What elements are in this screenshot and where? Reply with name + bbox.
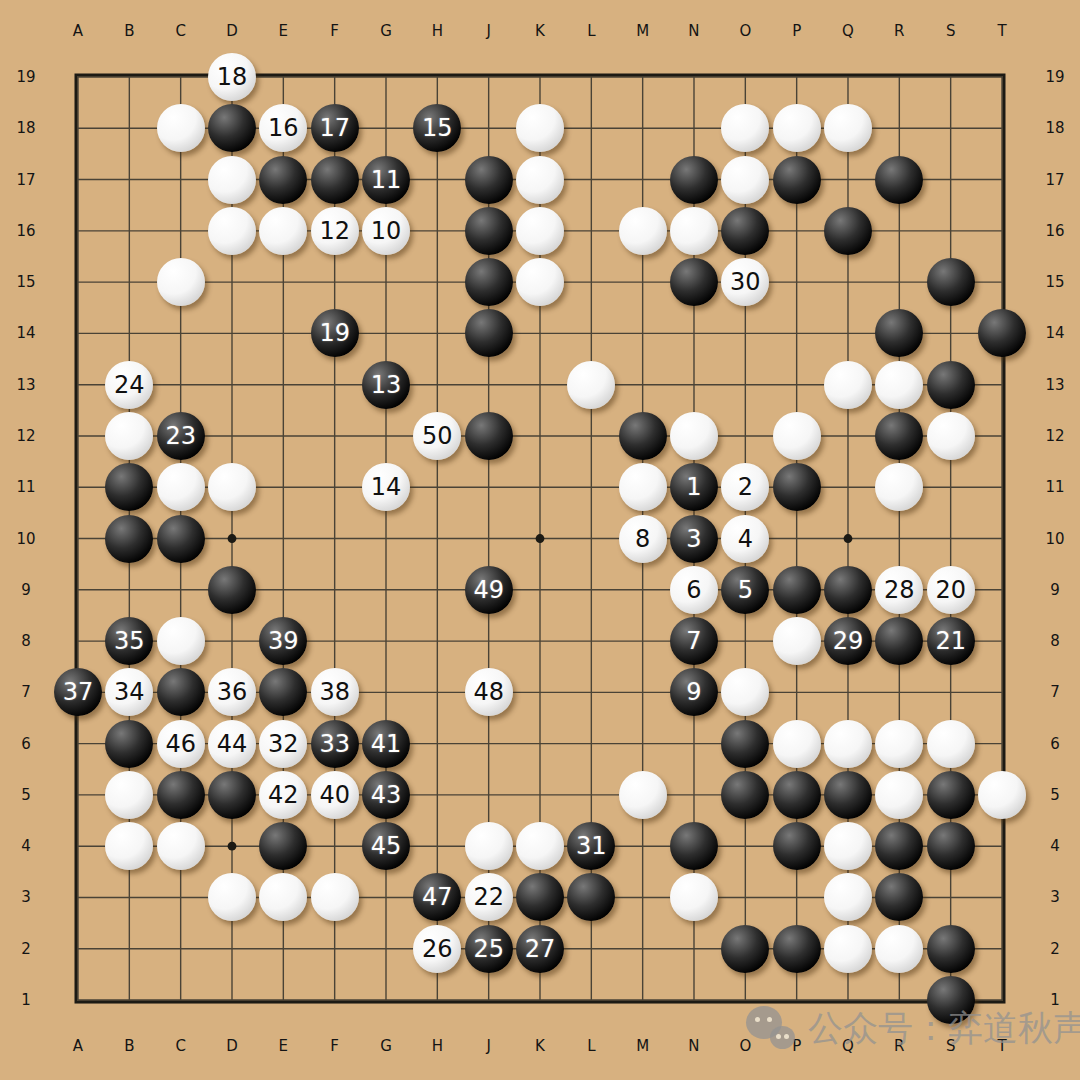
stone-J16[interactable]	[465, 207, 513, 255]
col-label-bottom-R: R	[894, 1037, 904, 1055]
stone-O9[interactable]: 5	[721, 566, 769, 614]
stone-O5[interactable]	[721, 771, 769, 819]
stone-P8[interactable]	[773, 617, 821, 665]
col-label-top-M: M	[636, 22, 649, 40]
stone-F6[interactable]: 33	[311, 720, 359, 768]
stone-G16[interactable]: 10	[362, 207, 410, 255]
row-label-left-5: 5	[21, 786, 31, 804]
col-label-bottom-E: E	[279, 1037, 288, 1055]
stone-F3[interactable]	[311, 873, 359, 921]
stone-G5[interactable]: 43	[362, 771, 410, 819]
col-label-top-F: F	[330, 22, 339, 40]
row-label-right-1: 1	[1050, 991, 1060, 1009]
stone-F7[interactable]: 38	[311, 668, 359, 716]
move-number: 17	[319, 116, 350, 140]
stone-E6[interactable]: 32	[259, 720, 307, 768]
move-number: 34	[114, 680, 145, 704]
stone-P4[interactable]	[773, 822, 821, 870]
stone-Q5[interactable]	[824, 771, 872, 819]
stone-R6[interactable]	[875, 720, 923, 768]
col-label-bottom-F: F	[330, 1037, 339, 1055]
stone-F14[interactable]: 19	[311, 309, 359, 357]
move-number: 25	[473, 937, 504, 961]
stone-K16[interactable]	[516, 207, 564, 255]
move-number: 27	[525, 937, 556, 961]
stone-K4[interactable]	[516, 822, 564, 870]
row-label-left-8: 8	[21, 632, 31, 650]
col-label-top-D: D	[226, 22, 238, 40]
stone-N11[interactable]: 1	[670, 463, 718, 511]
col-label-top-H: H	[432, 22, 443, 40]
col-label-top-Q: Q	[842, 22, 854, 40]
move-number: 8	[635, 527, 650, 551]
stone-G6[interactable]: 41	[362, 720, 410, 768]
stone-B5[interactable]	[105, 771, 153, 819]
stone-P2[interactable]	[773, 925, 821, 973]
move-number: 12	[319, 219, 350, 243]
stone-F18[interactable]: 17	[311, 104, 359, 152]
row-label-left-10: 10	[16, 530, 35, 548]
stone-C15[interactable]	[157, 258, 205, 306]
stone-P6[interactable]	[773, 720, 821, 768]
row-label-left-17: 17	[16, 171, 35, 189]
stone-C5[interactable]	[157, 771, 205, 819]
col-label-bottom-P: P	[792, 1037, 801, 1055]
stone-N15[interactable]	[670, 258, 718, 306]
col-label-top-B: B	[124, 22, 134, 40]
stone-Q8[interactable]: 29	[824, 617, 872, 665]
move-number: 37	[63, 680, 94, 704]
move-number: 36	[217, 680, 248, 704]
row-label-left-11: 11	[16, 478, 35, 496]
col-label-top-A: A	[73, 22, 83, 40]
col-label-top-O: O	[739, 22, 751, 40]
move-number: 24	[114, 373, 145, 397]
stone-O16[interactable]	[721, 207, 769, 255]
stone-C10[interactable]	[157, 515, 205, 563]
stone-G11[interactable]: 14	[362, 463, 410, 511]
stone-K18[interactable]	[516, 104, 564, 152]
col-label-top-G: G	[380, 22, 392, 40]
stone-C7[interactable]	[157, 668, 205, 716]
stone-G17[interactable]: 11	[362, 156, 410, 204]
move-number: 29	[833, 629, 864, 653]
stone-Q6[interactable]	[824, 720, 872, 768]
stone-K2[interactable]: 27	[516, 925, 564, 973]
stone-F17[interactable]	[311, 156, 359, 204]
stone-H2[interactable]: 26	[413, 925, 461, 973]
col-label-bottom-N: N	[688, 1037, 699, 1055]
row-label-right-3: 3	[1050, 888, 1060, 906]
row-label-left-4: 4	[21, 837, 31, 855]
stone-C4[interactable]	[157, 822, 205, 870]
move-number: 1	[686, 475, 701, 499]
row-label-right-8: 8	[1050, 632, 1060, 650]
stone-D16[interactable]	[208, 207, 256, 255]
move-number: 42	[268, 783, 299, 807]
col-label-top-P: P	[792, 22, 801, 40]
col-label-bottom-B: B	[124, 1037, 134, 1055]
move-number: 50	[422, 424, 453, 448]
row-label-left-7: 7	[21, 683, 31, 701]
row-label-left-2: 2	[21, 940, 31, 958]
move-number: 45	[371, 834, 402, 858]
stone-N17[interactable]	[670, 156, 718, 204]
stone-D18[interactable]	[208, 104, 256, 152]
stone-F16[interactable]: 12	[311, 207, 359, 255]
stone-L13[interactable]	[567, 361, 615, 409]
stone-G13[interactable]: 13	[362, 361, 410, 409]
stone-Q16[interactable]	[824, 207, 872, 255]
stone-J12[interactable]	[465, 412, 513, 460]
row-label-right-2: 2	[1050, 940, 1060, 958]
move-number: 2	[738, 475, 753, 499]
stone-C12[interactable]: 23	[157, 412, 205, 460]
stone-P17[interactable]	[773, 156, 821, 204]
stone-E5[interactable]: 42	[259, 771, 307, 819]
stone-B6[interactable]	[105, 720, 153, 768]
move-number: 20	[935, 578, 966, 602]
stone-D11[interactable]	[208, 463, 256, 511]
stone-Q9[interactable]	[824, 566, 872, 614]
row-label-left-18: 18	[16, 119, 35, 137]
stone-S5[interactable]	[927, 771, 975, 819]
move-number: 16	[268, 116, 299, 140]
col-label-bottom-G: G	[380, 1037, 392, 1055]
stone-K17[interactable]	[516, 156, 564, 204]
move-number: 21	[935, 629, 966, 653]
stone-J9[interactable]: 49	[465, 566, 513, 614]
stone-C8[interactable]	[157, 617, 205, 665]
stone-O6[interactable]	[721, 720, 769, 768]
row-label-left-1: 1	[21, 991, 31, 1009]
col-label-top-K: K	[535, 22, 545, 40]
move-number: 7	[686, 629, 701, 653]
stone-S1[interactable]	[927, 976, 975, 1024]
col-label-bottom-D: D	[226, 1037, 238, 1055]
row-label-right-5: 5	[1050, 786, 1060, 804]
col-label-bottom-H: H	[432, 1037, 443, 1055]
col-label-bottom-M: M	[636, 1037, 649, 1055]
stone-G4[interactable]: 45	[362, 822, 410, 870]
stone-P18[interactable]	[773, 104, 821, 152]
move-number: 10	[371, 219, 402, 243]
stone-M12[interactable]	[619, 412, 667, 460]
stone-B13[interactable]: 24	[105, 361, 153, 409]
stone-J4[interactable]	[465, 822, 513, 870]
stone-N12[interactable]	[670, 412, 718, 460]
stone-R17[interactable]	[875, 156, 923, 204]
row-label-left-13: 13	[16, 376, 35, 394]
stone-E16[interactable]	[259, 207, 307, 255]
move-number: 48	[473, 680, 504, 704]
col-label-top-J: J	[486, 22, 490, 40]
move-number: 6	[686, 578, 701, 602]
stone-R12[interactable]	[875, 412, 923, 460]
stone-P5[interactable]	[773, 771, 821, 819]
move-number: 26	[422, 937, 453, 961]
move-number: 31	[576, 834, 607, 858]
col-label-bottom-L: L	[587, 1037, 595, 1055]
stone-E17[interactable]	[259, 156, 307, 204]
move-number: 47	[422, 885, 453, 909]
stone-M5[interactable]	[619, 771, 667, 819]
stone-J15[interactable]	[465, 258, 513, 306]
row-label-left-12: 12	[16, 427, 35, 445]
stone-F5[interactable]: 40	[311, 771, 359, 819]
col-label-bottom-Q: Q	[842, 1037, 854, 1055]
col-label-top-L: L	[587, 22, 595, 40]
stone-B10[interactable]	[105, 515, 153, 563]
row-label-right-16: 16	[1045, 222, 1064, 240]
stone-R13[interactable]	[875, 361, 923, 409]
stone-D6[interactable]: 44	[208, 720, 256, 768]
col-label-top-E: E	[279, 22, 288, 40]
move-number: 15	[422, 116, 453, 140]
stone-S6[interactable]	[927, 720, 975, 768]
row-label-left-14: 14	[16, 324, 35, 342]
col-label-top-T: T	[997, 22, 1006, 40]
row-label-right-17: 17	[1045, 171, 1064, 189]
move-number: 30	[730, 270, 761, 294]
stone-K15[interactable]	[516, 258, 564, 306]
stone-N7[interactable]: 9	[670, 668, 718, 716]
col-label-bottom-T: T	[997, 1037, 1006, 1055]
row-label-right-13: 13	[1045, 376, 1064, 394]
row-label-right-7: 7	[1050, 683, 1060, 701]
stone-D5[interactable]	[208, 771, 256, 819]
stone-S9[interactable]: 20	[927, 566, 975, 614]
stone-D9[interactable]	[208, 566, 256, 614]
stone-D17[interactable]	[208, 156, 256, 204]
move-number: 40	[319, 783, 350, 807]
col-label-bottom-K: K	[535, 1037, 545, 1055]
stone-N8[interactable]: 7	[670, 617, 718, 665]
row-label-left-19: 19	[16, 68, 35, 86]
move-number: 44	[217, 732, 248, 756]
row-label-right-14: 14	[1045, 324, 1064, 342]
col-label-bottom-S: S	[946, 1037, 956, 1055]
move-number: 46	[165, 732, 196, 756]
stone-N10[interactable]: 3	[670, 515, 718, 563]
stone-O17[interactable]	[721, 156, 769, 204]
stone-J3[interactable]: 22	[465, 873, 513, 921]
stone-S2[interactable]	[927, 925, 975, 973]
row-label-right-19: 19	[1045, 68, 1064, 86]
stone-B12[interactable]	[105, 412, 153, 460]
col-label-bottom-O: O	[739, 1037, 751, 1055]
move-number: 35	[114, 629, 145, 653]
stone-N4[interactable]	[670, 822, 718, 870]
move-number: 14	[371, 475, 402, 499]
stone-O2[interactable]	[721, 925, 769, 973]
row-label-left-15: 15	[16, 273, 35, 291]
stone-J2[interactable]: 25	[465, 925, 513, 973]
stone-R2[interactable]	[875, 925, 923, 973]
stone-T5[interactable]	[978, 771, 1026, 819]
move-number: 5	[738, 578, 753, 602]
row-label-right-9: 9	[1050, 581, 1060, 599]
move-number: 43	[371, 783, 402, 807]
stone-M10[interactable]: 8	[619, 515, 667, 563]
col-label-top-N: N	[688, 22, 699, 40]
stone-H12[interactable]: 50	[413, 412, 461, 460]
stone-P11[interactable]	[773, 463, 821, 511]
stone-P9[interactable]	[773, 566, 821, 614]
stone-M16[interactable]	[619, 207, 667, 255]
row-label-left-3: 3	[21, 888, 31, 906]
stone-S4[interactable]	[927, 822, 975, 870]
col-label-top-C: C	[175, 22, 185, 40]
row-label-left-16: 16	[16, 222, 35, 240]
col-label-top-S: S	[946, 22, 956, 40]
col-label-bottom-C: C	[175, 1037, 185, 1055]
stone-O10[interactable]: 4	[721, 515, 769, 563]
move-number: 23	[165, 424, 196, 448]
stone-J7[interactable]: 48	[465, 668, 513, 716]
row-label-right-12: 12	[1045, 427, 1064, 445]
move-number: 41	[371, 732, 402, 756]
stone-Q13[interactable]	[824, 361, 872, 409]
move-number: 19	[319, 321, 350, 345]
move-number: 33	[319, 732, 350, 756]
stone-Q18[interactable]	[824, 104, 872, 152]
row-label-right-4: 4	[1050, 837, 1060, 855]
row-label-left-9: 9	[21, 581, 31, 599]
stone-D7[interactable]: 36	[208, 668, 256, 716]
stone-S13[interactable]	[927, 361, 975, 409]
row-label-right-15: 15	[1045, 273, 1064, 291]
stone-P12[interactable]	[773, 412, 821, 460]
stone-R5[interactable]	[875, 771, 923, 819]
stone-J17[interactable]	[465, 156, 513, 204]
stone-D19[interactable]: 18	[208, 53, 256, 101]
row-label-right-6: 6	[1050, 735, 1060, 753]
col-label-bottom-J: J	[486, 1037, 490, 1055]
col-label-top-R: R	[894, 22, 904, 40]
move-number: 39	[268, 629, 299, 653]
stone-N9[interactable]: 6	[670, 566, 718, 614]
row-label-right-18: 18	[1045, 119, 1064, 137]
stone-C18[interactable]	[157, 104, 205, 152]
move-number: 9	[686, 680, 701, 704]
move-number: 38	[319, 680, 350, 704]
row-label-right-10: 10	[1045, 530, 1064, 548]
move-number: 11	[371, 168, 402, 192]
stone-J14[interactable]	[465, 309, 513, 357]
stone-R9[interactable]: 28	[875, 566, 923, 614]
move-number: 49	[473, 578, 504, 602]
stone-S15[interactable]	[927, 258, 975, 306]
stone-M11[interactable]	[619, 463, 667, 511]
move-number: 13	[371, 373, 402, 397]
row-label-left-6: 6	[21, 735, 31, 753]
move-number: 3	[686, 527, 701, 551]
stone-S8[interactable]: 21	[927, 617, 975, 665]
stone-Q4[interactable]	[824, 822, 872, 870]
stone-C6[interactable]: 46	[157, 720, 205, 768]
stone-Q2[interactable]	[824, 925, 872, 973]
stone-S12[interactable]	[927, 412, 975, 460]
stone-C11[interactable]	[157, 463, 205, 511]
move-number: 4	[738, 527, 753, 551]
move-number: 28	[884, 578, 915, 602]
col-label-bottom-A: A	[73, 1037, 83, 1055]
row-label-right-11: 11	[1045, 478, 1064, 496]
move-number: 18	[217, 65, 248, 89]
move-number: 22	[473, 885, 504, 909]
stone-N16[interactable]	[670, 207, 718, 255]
move-number: 32	[268, 732, 299, 756]
